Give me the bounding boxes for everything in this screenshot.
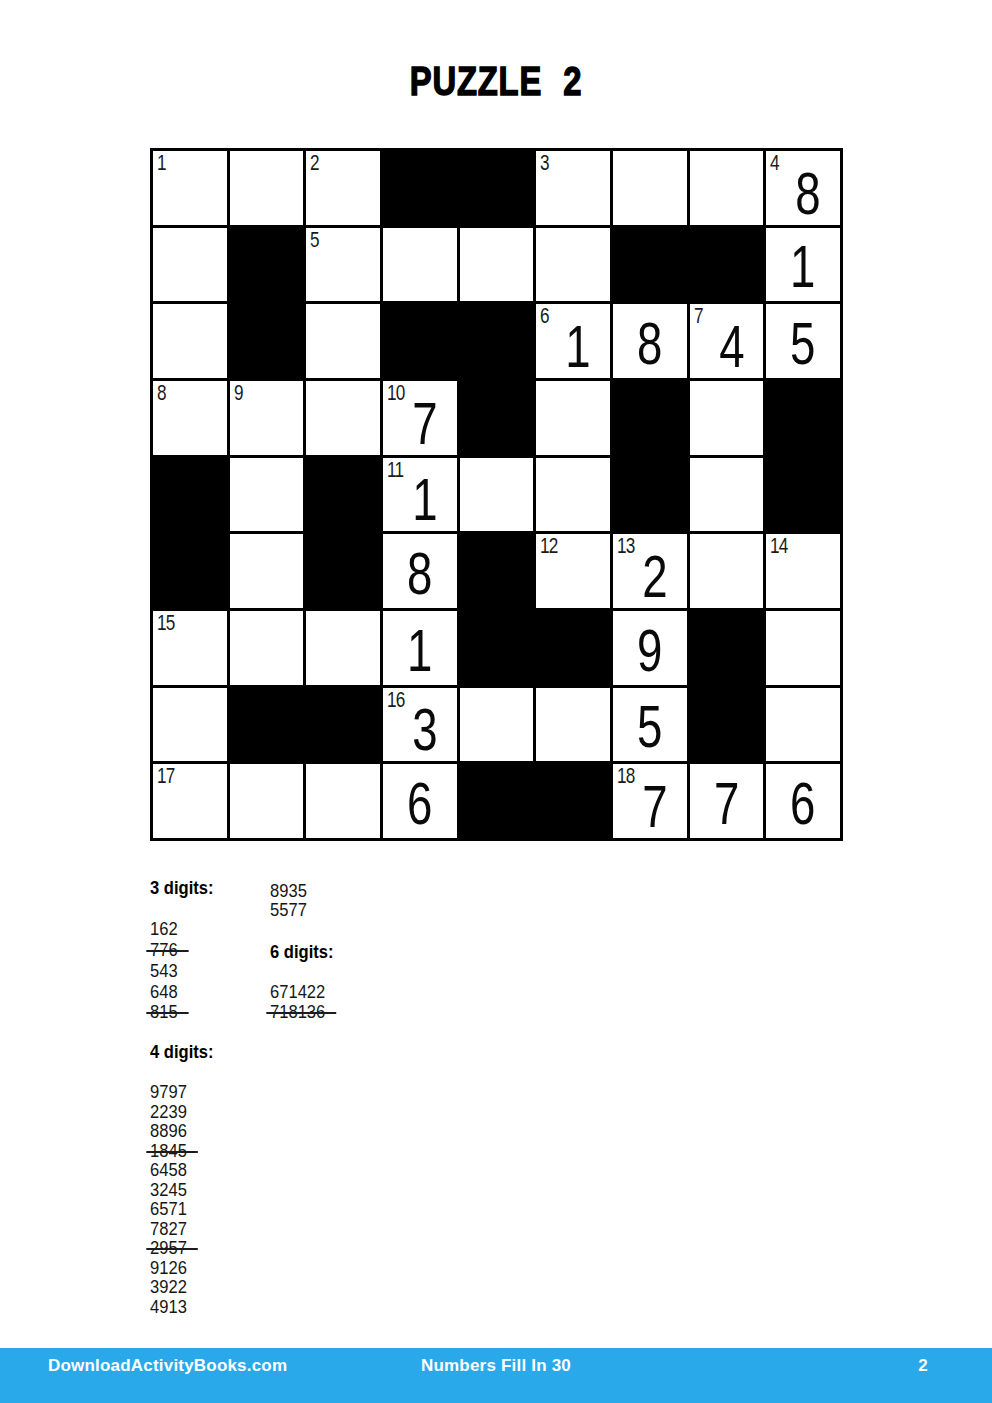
grid-cell-r1c1[interactable]: 1 [153, 151, 227, 225]
bank-number-struck: 776 [150, 941, 178, 960]
bank-number: 162 [150, 920, 178, 939]
bank-number: 6458 [150, 1161, 187, 1180]
grid-cell-r1c8[interactable] [690, 151, 764, 225]
grid-cell-r9c8[interactable]: 7 [690, 764, 764, 838]
grid-cell-r6c4[interactable]: 8 [383, 534, 457, 608]
grid-cell-r8c1[interactable] [153, 688, 227, 762]
black-cell-r2c2 [230, 228, 304, 302]
clue-number-12: 12 [540, 534, 558, 558]
bank-number: 671422 [270, 983, 325, 1002]
black-cell-r5c7 [613, 458, 687, 532]
black-cell-r4c7 [613, 381, 687, 455]
puzzle-grid: 1234851618745891071118121321415191635176… [150, 148, 843, 841]
grid-cell-r4c6[interactable] [536, 381, 610, 455]
black-cell-r4c5 [460, 381, 534, 455]
grid-cell-r9c1[interactable]: 17 [153, 764, 227, 838]
bank-number: 543 [150, 962, 178, 981]
bank-number: 7827 [150, 1220, 187, 1239]
cell-digit: 1 [766, 228, 840, 302]
footer-book-title: Numbers Fill In 30 [0, 1356, 992, 1376]
grid-cell-r9c3[interactable] [306, 764, 380, 838]
cell-digit: 1 [383, 458, 457, 532]
bank-number-struck: 2957 [150, 1239, 187, 1258]
bank-number: 8896 [150, 1122, 187, 1141]
black-cell-r2c8 [690, 228, 764, 302]
cell-digit: 5 [613, 688, 687, 762]
bank-number: 6571 [150, 1200, 187, 1219]
black-cell-r3c2 [230, 304, 304, 378]
list-header: 4 digits: [150, 1043, 213, 1062]
grid-cell-r9c2[interactable] [230, 764, 304, 838]
bank-number-struck: 718136 [270, 1003, 325, 1022]
bank-number-struck: 1845 [150, 1142, 187, 1161]
bank-number: 648 [150, 983, 178, 1002]
grid-cell-r8c5[interactable] [460, 688, 534, 762]
grid-cell-r4c3[interactable] [306, 381, 380, 455]
grid-cell-r2c4[interactable] [383, 228, 457, 302]
black-cell-r9c6 [536, 764, 610, 838]
black-cell-r3c5 [460, 304, 534, 378]
grid-cell-r1c7[interactable] [613, 151, 687, 225]
bank-number: 3245 [150, 1181, 187, 1200]
list-header: 6 digits: [270, 943, 333, 962]
black-cell-r6c1 [153, 534, 227, 608]
page-title: PUZZLE 2 [99, 60, 893, 102]
black-cell-r5c3 [306, 458, 380, 532]
bank-number: 8935 [270, 882, 307, 901]
bank-number: 9126 [150, 1259, 187, 1278]
clue-number-15: 15 [157, 611, 175, 635]
grid-cell-r6c6[interactable]: 12 [536, 534, 610, 608]
black-cell-r1c4 [383, 151, 457, 225]
grid-cell-r2c1[interactable] [153, 228, 227, 302]
cell-digit: 5 [766, 304, 840, 378]
clue-number-9: 9 [234, 381, 243, 405]
black-cell-r1c5 [460, 151, 534, 225]
grid-cell-r6c9[interactable]: 14 [766, 534, 840, 608]
bank-number: 9797 [150, 1083, 187, 1102]
grid-cell-r1c9[interactable]: 48 [766, 151, 840, 225]
black-cell-r4c9 [766, 381, 840, 455]
cell-digit: 6 [766, 764, 840, 838]
cell-digit: 3 [383, 688, 457, 762]
clue-number-5: 5 [310, 228, 319, 252]
cell-digit: 4 [690, 304, 764, 378]
black-cell-r9c5 [460, 764, 534, 838]
clue-number-17: 17 [157, 764, 175, 788]
cell-digit: 8 [766, 151, 840, 225]
grid-cell-r8c7[interactable]: 5 [613, 688, 687, 762]
black-cell-r7c6 [536, 611, 610, 685]
grid-cell-r5c4[interactable]: 111 [383, 458, 457, 532]
grid-cell-r7c4[interactable]: 1 [383, 611, 457, 685]
grid-cell-r7c9[interactable] [766, 611, 840, 685]
black-cell-r6c3 [306, 534, 380, 608]
black-cell-r3c4 [383, 304, 457, 378]
grid-cell-r5c8[interactable] [690, 458, 764, 532]
clue-number-1: 1 [157, 151, 166, 175]
grid-cell-r3c8[interactable]: 74 [690, 304, 764, 378]
grid-cell-r1c6[interactable]: 3 [536, 151, 610, 225]
cell-digit: 9 [613, 611, 687, 685]
clue-number-3: 3 [540, 151, 549, 175]
black-cell-r7c5 [460, 611, 534, 685]
grid-cell-r8c6[interactable] [536, 688, 610, 762]
cell-digit: 1 [536, 304, 610, 378]
grid-cell-r2c9[interactable]: 1 [766, 228, 840, 302]
cell-digit: 1 [383, 611, 457, 685]
grid-cell-r7c2[interactable] [230, 611, 304, 685]
grid-cell-r3c1[interactable] [153, 304, 227, 378]
footer-page-number: 2 [918, 1356, 928, 1376]
grid-cell-r1c2[interactable] [230, 151, 304, 225]
cell-digit: 7 [383, 381, 457, 455]
cell-digit: 7 [613, 764, 687, 838]
clue-number-14: 14 [770, 534, 788, 558]
grid-cell-r8c4[interactable]: 163 [383, 688, 457, 762]
grid-cell-r7c1[interactable]: 15 [153, 611, 227, 685]
grid-cell-r9c7[interactable]: 187 [613, 764, 687, 838]
bank-number-struck: 815 [150, 1003, 178, 1022]
black-cell-r6c5 [460, 534, 534, 608]
number-bank-lists: 3 digits:1627765436488154 digits:9797223… [0, 879, 992, 1319]
grid-cell-r3c6[interactable]: 61 [536, 304, 610, 378]
black-cell-r2c7 [613, 228, 687, 302]
cell-digit: 7 [690, 764, 764, 838]
grid-cell-r4c1[interactable]: 8 [153, 381, 227, 455]
cell-digit: 8 [613, 304, 687, 378]
grid-cell-r6c8[interactable] [690, 534, 764, 608]
grid-cell-r1c3[interactable]: 2 [306, 151, 380, 225]
grid-cell-r5c6[interactable] [536, 458, 610, 532]
bank-number: 3922 [150, 1278, 187, 1297]
grid-cell-r6c2[interactable] [230, 534, 304, 608]
grid-cell-r2c5[interactable] [460, 228, 534, 302]
black-cell-r8c8 [690, 688, 764, 762]
grid-cell-r3c9[interactable]: 5 [766, 304, 840, 378]
clue-number-8: 8 [157, 381, 166, 405]
cell-digit: 2 [613, 534, 687, 608]
grid-cell-r2c6[interactable] [536, 228, 610, 302]
black-cell-r7c8 [690, 611, 764, 685]
grid-cell-r9c4[interactable]: 6 [383, 764, 457, 838]
grid-cell-r4c4[interactable]: 107 [383, 381, 457, 455]
cell-digit: 8 [383, 534, 457, 608]
grid-cell-r7c3[interactable] [306, 611, 380, 685]
grid-cell-r8c9[interactable] [766, 688, 840, 762]
black-cell-r8c3 [306, 688, 380, 762]
bank-number: 4913 [150, 1298, 187, 1317]
cell-digit: 6 [383, 764, 457, 838]
bank-number: 5577 [270, 901, 307, 920]
grid-cell-r9c9[interactable]: 6 [766, 764, 840, 838]
grid-cell-r4c8[interactable] [690, 381, 764, 455]
clue-number-2: 2 [310, 151, 319, 175]
black-cell-r5c1 [153, 458, 227, 532]
grid-cell-r6c7[interactable]: 132 [613, 534, 687, 608]
black-cell-r5c9 [766, 458, 840, 532]
grid-cell-r4c2[interactable]: 9 [230, 381, 304, 455]
grid-cell-r7c7[interactable]: 9 [613, 611, 687, 685]
grid-cell-r3c3[interactable] [306, 304, 380, 378]
footer-bar: DownloadActivityBooks.com Numbers Fill I… [0, 1348, 992, 1403]
list-header: 3 digits: [150, 879, 213, 898]
grid-cell-r5c2[interactable] [230, 458, 304, 532]
grid-cell-r2c3[interactable]: 5 [306, 228, 380, 302]
black-cell-r8c2 [230, 688, 304, 762]
grid-cell-r5c5[interactable] [460, 458, 534, 532]
grid-cell-r3c7[interactable]: 8 [613, 304, 687, 378]
bank-number: 2239 [150, 1103, 187, 1122]
